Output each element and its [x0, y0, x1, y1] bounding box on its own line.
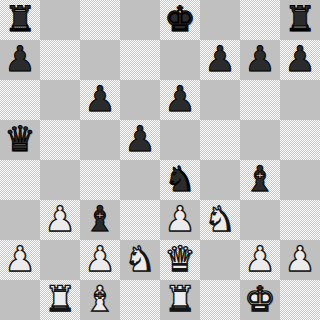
piece-black-pawn[interactable]: ♟ — [244, 40, 275, 79]
square-d5[interactable]: ♟ — [120, 120, 160, 160]
square-b2[interactable] — [40, 240, 80, 280]
square-a4[interactable] — [0, 160, 40, 200]
square-h3[interactable] — [280, 200, 320, 240]
square-a8[interactable]: ♜ — [0, 0, 40, 40]
piece-white-pawn[interactable]: ♟ — [244, 240, 275, 279]
square-b1[interactable]: ♜ — [40, 280, 80, 320]
square-e4[interactable]: ♞ — [160, 160, 200, 200]
piece-white-rook[interactable]: ♜ — [164, 280, 195, 319]
square-f2[interactable] — [200, 240, 240, 280]
piece-black-pawn[interactable]: ♟ — [164, 80, 195, 119]
square-h4[interactable] — [280, 160, 320, 200]
square-e5[interactable] — [160, 120, 200, 160]
square-f6[interactable] — [200, 80, 240, 120]
piece-black-bishop[interactable]: ♝ — [84, 200, 115, 239]
square-f7[interactable]: ♟ — [200, 40, 240, 80]
square-f4[interactable] — [200, 160, 240, 200]
piece-white-pawn[interactable]: ♟ — [44, 200, 75, 239]
piece-white-queen[interactable]: ♛ — [164, 240, 195, 279]
piece-white-pawn[interactable]: ♟ — [284, 240, 315, 279]
square-h8[interactable]: ♜ — [280, 0, 320, 40]
square-a3[interactable] — [0, 200, 40, 240]
piece-black-pawn[interactable]: ♟ — [204, 40, 235, 79]
square-e1[interactable]: ♜ — [160, 280, 200, 320]
square-c2[interactable]: ♟ — [80, 240, 120, 280]
piece-black-queen[interactable]: ♛ — [4, 120, 35, 159]
square-h5[interactable] — [280, 120, 320, 160]
square-c6[interactable]: ♟ — [80, 80, 120, 120]
square-e8[interactable]: ♚ — [160, 0, 200, 40]
square-e3[interactable]: ♟ — [160, 200, 200, 240]
square-d6[interactable] — [120, 80, 160, 120]
square-e2[interactable]: ♛ — [160, 240, 200, 280]
piece-white-knight[interactable]: ♞ — [124, 240, 155, 279]
piece-black-king[interactable]: ♚ — [164, 0, 195, 39]
square-g1[interactable]: ♚ — [240, 280, 280, 320]
square-g6[interactable] — [240, 80, 280, 120]
square-a5[interactable]: ♛ — [0, 120, 40, 160]
square-g5[interactable] — [240, 120, 280, 160]
square-d7[interactable] — [120, 40, 160, 80]
piece-black-pawn[interactable]: ♟ — [284, 40, 315, 79]
square-g2[interactable]: ♟ — [240, 240, 280, 280]
square-c4[interactable] — [80, 160, 120, 200]
square-a1[interactable] — [0, 280, 40, 320]
square-h1[interactable] — [280, 280, 320, 320]
square-d1[interactable] — [120, 280, 160, 320]
piece-black-bishop[interactable]: ♝ — [244, 160, 275, 199]
piece-white-knight[interactable]: ♞ — [204, 200, 235, 239]
square-a7[interactable]: ♟ — [0, 40, 40, 80]
square-b6[interactable] — [40, 80, 80, 120]
piece-white-rook[interactable]: ♜ — [44, 280, 75, 319]
square-c8[interactable] — [80, 0, 120, 40]
square-a2[interactable]: ♟ — [0, 240, 40, 280]
square-b8[interactable] — [40, 0, 80, 40]
piece-black-pawn[interactable]: ♟ — [124, 120, 155, 159]
square-c3[interactable]: ♝ — [80, 200, 120, 240]
square-c7[interactable] — [80, 40, 120, 80]
piece-white-pawn[interactable]: ♟ — [84, 240, 115, 279]
piece-white-pawn[interactable]: ♟ — [164, 200, 195, 239]
piece-black-pawn[interactable]: ♟ — [4, 40, 35, 79]
square-f1[interactable] — [200, 280, 240, 320]
square-g4[interactable]: ♝ — [240, 160, 280, 200]
square-d3[interactable] — [120, 200, 160, 240]
square-c1[interactable]: ♝ — [80, 280, 120, 320]
square-b4[interactable] — [40, 160, 80, 200]
square-g7[interactable]: ♟ — [240, 40, 280, 80]
square-a6[interactable] — [0, 80, 40, 120]
square-b7[interactable] — [40, 40, 80, 80]
piece-white-pawn[interactable]: ♟ — [4, 240, 35, 279]
square-d8[interactable] — [120, 0, 160, 40]
square-f5[interactable] — [200, 120, 240, 160]
piece-black-knight[interactable]: ♞ — [164, 160, 195, 199]
square-e6[interactable]: ♟ — [160, 80, 200, 120]
square-e7[interactable] — [160, 40, 200, 80]
square-c5[interactable] — [80, 120, 120, 160]
square-b5[interactable] — [40, 120, 80, 160]
square-f8[interactable] — [200, 0, 240, 40]
piece-white-king[interactable]: ♚ — [244, 280, 275, 319]
square-f3[interactable]: ♞ — [200, 200, 240, 240]
square-h6[interactable] — [280, 80, 320, 120]
square-h2[interactable]: ♟ — [280, 240, 320, 280]
square-g3[interactable] — [240, 200, 280, 240]
square-b3[interactable]: ♟ — [40, 200, 80, 240]
piece-black-rook[interactable]: ♜ — [284, 0, 315, 39]
piece-black-rook[interactable]: ♜ — [4, 0, 35, 39]
chess-board: ♜♚♜♟♟♟♟♟♟♛♟♞♝♟♝♟♞♟♟♞♛♟♟♜♝♜♚ — [0, 0, 320, 320]
square-d2[interactable]: ♞ — [120, 240, 160, 280]
piece-black-pawn[interactable]: ♟ — [84, 80, 115, 119]
square-d4[interactable] — [120, 160, 160, 200]
square-g8[interactable] — [240, 0, 280, 40]
piece-white-bishop[interactable]: ♝ — [84, 280, 115, 319]
square-h7[interactable]: ♟ — [280, 40, 320, 80]
